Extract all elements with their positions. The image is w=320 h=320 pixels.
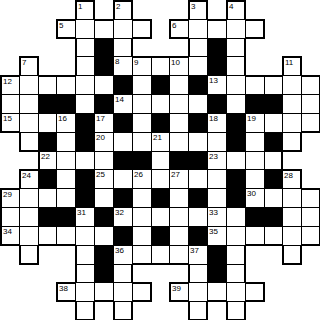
crossword-cell-white[interactable] (151, 94, 170, 114)
crossword-cell-white[interactable]: 8 (113, 56, 133, 76)
crossword-cell-white[interactable] (94, 75, 114, 95)
clue-number: 28 (284, 171, 293, 180)
crossword-cell-black (113, 75, 133, 95)
crossword-cell-black (94, 207, 114, 227)
crossword-cell-black (94, 245, 114, 265)
crossword-cell-white[interactable] (0, 207, 20, 227)
clue-number: 35 (209, 227, 218, 236)
crossword-cell-black (113, 188, 133, 208)
crossword-cell-white[interactable] (245, 226, 265, 246)
crossword-cell-black (94, 56, 114, 76)
crossword-cell-black (132, 151, 152, 170)
clue-number: 4 (229, 2, 233, 11)
crossword-cell-white[interactable]: 19 (245, 113, 265, 133)
crossword-cell-black (245, 207, 265, 227)
crossword-cell-white[interactable]: 14 (113, 94, 133, 114)
crossword-cell-black (188, 226, 208, 246)
crossword-cell-white[interactable] (245, 282, 265, 302)
crossword-cell-white[interactable] (301, 207, 320, 227)
crossword-cell-white[interactable] (56, 151, 76, 170)
crossword-cell-black (113, 113, 133, 133)
crossword-cell-white[interactable] (207, 19, 227, 39)
crossword-cell-black (188, 151, 208, 170)
crossword-cell-white[interactable] (245, 132, 265, 152)
crossword-cell-white[interactable] (188, 94, 208, 114)
crossword-cell-white[interactable]: 25 (94, 169, 114, 189)
crossword-cell-white[interactable] (151, 151, 170, 170)
crossword-cell-white[interactable] (151, 245, 170, 265)
clue-number: 23 (209, 152, 218, 161)
clue-number: 17 (96, 114, 105, 123)
crossword-cell-white[interactable]: 37 (188, 245, 208, 265)
crossword-cell-white[interactable] (282, 188, 302, 208)
clue-number: 13 (209, 76, 218, 85)
crossword-cell-black (226, 169, 246, 189)
crossword-cell-black (151, 188, 170, 208)
crossword-cell-white[interactable] (113, 264, 133, 283)
crossword-cell-white[interactable]: 35 (207, 226, 227, 246)
crossword-cell-white[interactable]: 10 (169, 56, 189, 76)
crossword-cell-black (56, 94, 76, 114)
crossword-cell-white[interactable] (245, 151, 265, 170)
crossword-cell-white[interactable] (188, 132, 208, 152)
crossword-cell-white[interactable] (19, 226, 39, 246)
crossword-cell-black (94, 94, 114, 114)
crossword-cell-white[interactable] (113, 169, 133, 189)
crossword-cell-white[interactable] (56, 188, 76, 208)
crossword-cell-black (245, 94, 265, 114)
crossword-cell-white[interactable]: 7 (19, 56, 39, 76)
crossword-cell-white[interactable]: 38 (56, 282, 76, 302)
clue-number: 38 (59, 284, 68, 293)
clue-number: 11 (285, 58, 293, 67)
crossword-cell-white[interactable] (169, 113, 189, 133)
crossword-cell-white[interactable] (19, 245, 39, 265)
crossword-cell-black (207, 38, 227, 57)
crossword-cell-white[interactable] (245, 169, 265, 189)
crossword-cell-white[interactable]: 1 (75, 0, 95, 20)
crossword-cell-white[interactable] (226, 226, 246, 246)
crossword-cell-white[interactable] (75, 94, 95, 114)
crossword-cell-black (207, 245, 227, 265)
crossword-cell-white[interactable] (94, 19, 114, 39)
crossword-cell-white[interactable]: 27 (169, 169, 189, 189)
crossword-cell-white[interactable] (75, 56, 95, 76)
crossword-cell-black (38, 132, 57, 152)
crossword-cell-white[interactable]: 13 (207, 75, 227, 95)
crossword-cell-black (188, 75, 208, 95)
crossword-cell-black (226, 132, 246, 152)
crossword-cell-white[interactable] (245, 75, 265, 95)
clue-number: 12 (3, 77, 12, 86)
crossword-cell-white[interactable] (188, 207, 208, 227)
crossword-cell-white[interactable] (226, 19, 246, 39)
crossword-cell-white[interactable] (301, 113, 320, 133)
clue-number: 15 (3, 114, 12, 123)
crossword-cell-white[interactable] (226, 56, 246, 76)
crossword-cell-white[interactable] (56, 226, 76, 246)
crossword-cell-white[interactable] (188, 282, 208, 302)
crossword-cell-white[interactable]: 16 (56, 113, 76, 133)
crossword-cell-white[interactable] (169, 207, 189, 227)
crossword-cell-white[interactable] (94, 282, 114, 302)
crossword-cell-white[interactable] (188, 169, 208, 189)
crossword-cell-black (38, 94, 57, 114)
crossword-cell-white[interactable] (264, 188, 283, 208)
crossword-cell-white[interactable] (226, 94, 246, 114)
crossword-cell-white[interactable]: 23 (207, 151, 227, 170)
clue-number: 24 (22, 171, 31, 180)
crossword-cell-white[interactable]: 6 (169, 19, 189, 39)
crossword-cell-white[interactable] (19, 207, 39, 227)
crossword-cell-white[interactable] (75, 282, 95, 302)
crossword-cell-white[interactable] (38, 113, 57, 133)
crossword-cell-white[interactable] (282, 113, 302, 133)
crossword-cell-white[interactable] (113, 301, 133, 320)
clue-number: 32 (115, 208, 124, 217)
crossword-cell-white[interactable] (264, 75, 283, 95)
crossword-cell-white[interactable] (264, 226, 283, 246)
clue-number: 25 (96, 170, 105, 179)
crossword-cell-white[interactable]: 28 (282, 169, 302, 189)
crossword-cell-white[interactable] (169, 226, 189, 246)
crossword-cell-white[interactable] (188, 264, 208, 283)
crossword-cell-white[interactable]: 4 (226, 0, 246, 20)
clue-number: 18 (209, 114, 218, 123)
crossword-cell-white[interactable]: 36 (113, 245, 133, 265)
crossword-cell-black (207, 264, 227, 283)
crossword-cell-white[interactable]: 9 (132, 56, 152, 76)
crossword-cell-black (38, 169, 57, 189)
crossword-cell-black (75, 132, 95, 152)
crossword-cell-white[interactable] (151, 56, 170, 76)
clue-number: 19 (247, 114, 256, 123)
crossword-cell-white[interactable] (226, 245, 246, 265)
clue-number: 29 (3, 190, 12, 199)
crossword-cell-white[interactable] (19, 188, 39, 208)
clue-number: 1 (78, 2, 82, 11)
crossword-cell-black (151, 226, 170, 246)
crossword-cell-white[interactable]: 30 (245, 188, 265, 208)
crossword-cell-white[interactable] (207, 132, 227, 152)
crossword-cell-white[interactable] (282, 75, 302, 95)
crossword-cell-white[interactable] (75, 226, 95, 246)
crossword-cell-white[interactable] (56, 169, 76, 189)
crossword-cell-white[interactable]: 31 (75, 207, 95, 227)
crossword-cell-white[interactable] (113, 38, 133, 57)
crossword-cell-black (264, 207, 283, 227)
crossword-cell-white[interactable] (132, 94, 152, 114)
crossword-cell-white[interactable]: 39 (169, 282, 189, 302)
crossword-cell-white[interactable] (56, 132, 76, 152)
crossword-cell-white[interactable] (226, 282, 246, 302)
crossword-cell-black (38, 207, 57, 227)
crossword-cell-white[interactable]: 29 (0, 188, 20, 208)
crossword-cell-white[interactable] (226, 151, 246, 170)
crossword-cell-white[interactable] (282, 207, 302, 227)
crossword-cell-white[interactable] (75, 264, 95, 283)
crossword-cell-white[interactable] (132, 226, 152, 246)
clue-number: 27 (171, 170, 180, 179)
clue-number: 5 (59, 21, 63, 30)
clue-number: 7 (22, 58, 26, 67)
crossword-cell-black (94, 264, 114, 283)
crossword-cell-white[interactable] (75, 75, 95, 95)
crossword-cell-white[interactable]: 17 (94, 113, 114, 133)
crossword-cell-white[interactable] (19, 75, 39, 95)
crossword-cell-white[interactable]: 18 (207, 113, 227, 133)
crossword-cell-white[interactable]: 26 (132, 169, 152, 189)
crossword-board: 1234567891011121314151617181920212223242… (0, 0, 320, 320)
crossword-cell-white[interactable] (188, 19, 208, 39)
crossword-cell-white[interactable] (282, 132, 302, 152)
crossword-cell-white[interactable] (94, 151, 114, 170)
crossword-cell-black (264, 169, 283, 189)
crossword-cell-white[interactable]: 20 (94, 132, 114, 152)
crossword-cell-black (264, 132, 283, 152)
crossword-cell-white[interactable] (207, 188, 227, 208)
crossword-cell-white[interactable] (38, 188, 57, 208)
crossword-cell-white[interactable]: 32 (113, 207, 133, 227)
crossword-cell-white[interactable] (282, 245, 302, 265)
clue-number: 3 (191, 2, 195, 11)
crossword-cell-white[interactable] (169, 94, 189, 114)
clue-number: 20 (96, 133, 105, 142)
crossword-cell-white[interactable]: 33 (207, 207, 227, 227)
crossword-cell-white[interactable] (132, 282, 152, 302)
clue-number: 34 (3, 227, 12, 236)
crossword-cell-white[interactable] (188, 38, 208, 57)
crossword-cell-black (75, 169, 95, 189)
crossword-cell-white[interactable] (169, 188, 189, 208)
clue-number: 26 (134, 170, 143, 179)
crossword-cell-white[interactable] (169, 245, 189, 265)
crossword-cell-black (75, 113, 95, 133)
crossword-cell-white[interactable] (75, 38, 95, 57)
crossword-cell-white[interactable] (0, 94, 20, 114)
crossword-cell-white[interactable] (151, 169, 170, 189)
crossword-cell-black (75, 188, 95, 208)
crossword-cell-white[interactable]: 5 (56, 19, 76, 39)
clue-number: 30 (247, 189, 256, 198)
crossword-cell-white[interactable] (226, 38, 246, 57)
crossword-cell-white[interactable] (169, 132, 189, 152)
crossword-cell-white[interactable] (264, 151, 283, 170)
crossword-cell-white[interactable] (245, 19, 265, 39)
clue-number: 21 (153, 133, 162, 142)
crossword-cell-black (113, 226, 133, 246)
crossword-cell-white[interactable] (301, 188, 320, 208)
crossword-cell-black (169, 151, 189, 170)
crossword-cell-white[interactable] (132, 207, 152, 227)
clue-number: 31 (77, 208, 86, 217)
crossword-cell-white[interactable] (226, 207, 246, 227)
clue-number: 9 (134, 58, 138, 67)
crossword-cell-white[interactable] (226, 75, 246, 95)
crossword-cell-white[interactable] (282, 94, 302, 114)
clue-number: 33 (209, 208, 218, 217)
crossword-cell-white[interactable] (132, 113, 152, 133)
crossword-cell-black (151, 75, 170, 95)
clue-number: 39 (172, 284, 181, 293)
crossword-cell-white[interactable] (75, 245, 95, 265)
crossword-cell-white[interactable]: 15 (0, 113, 20, 133)
crossword-cell-white[interactable] (113, 282, 133, 302)
crossword-cell-white[interactable] (113, 132, 133, 152)
crossword-cell-white[interactable] (19, 94, 39, 114)
crossword-cell-white[interactable] (38, 75, 57, 95)
clue-number: 10 (171, 58, 180, 67)
crossword-cell-black (264, 94, 283, 114)
crossword-cell-black (56, 207, 76, 227)
crossword-cell-white[interactable] (75, 19, 95, 39)
crossword-cell-white[interactable]: 11 (282, 56, 302, 76)
crossword-cell-white[interactable] (188, 56, 208, 76)
crossword-cell-white[interactable] (207, 282, 227, 302)
crossword-cell-white[interactable] (132, 188, 152, 208)
crossword-cell-black (226, 113, 246, 133)
crossword-cell-white[interactable] (226, 264, 246, 283)
crossword-cell-black (188, 188, 208, 208)
crossword-cell-white[interactable] (282, 226, 302, 246)
crossword-cell-white[interactable] (38, 226, 57, 246)
clue-number: 22 (41, 152, 50, 161)
crossword-cell-white[interactable] (94, 226, 114, 246)
crossword-cell-white[interactable] (19, 113, 39, 133)
crossword-cell-white[interactable] (301, 226, 320, 246)
crossword-cell-white[interactable] (75, 151, 95, 170)
crossword-cell-black (226, 188, 246, 208)
clue-number: 2 (116, 2, 120, 11)
crossword-cell-white[interactable] (75, 301, 95, 320)
crossword-cell-black (94, 38, 114, 57)
crossword-cell-white[interactable]: 2 (113, 0, 133, 20)
crossword-cell-white[interactable] (132, 19, 152, 39)
clue-number: 8 (115, 57, 119, 66)
crossword-cell-white[interactable] (301, 94, 320, 114)
crossword-cell-white[interactable]: 24 (19, 169, 39, 189)
crossword-cell-black (207, 94, 227, 114)
crossword-cell-black (113, 151, 133, 170)
clue-number: 14 (115, 95, 124, 104)
crossword-cell-white[interactable] (56, 75, 76, 95)
crossword-cell-black (188, 113, 208, 133)
clue-number: 6 (172, 21, 176, 30)
crossword-cell-white[interactable] (169, 75, 189, 95)
crossword-cell-white[interactable] (132, 75, 152, 95)
crossword-cell-white[interactable] (188, 301, 208, 320)
crossword-cell-white[interactable] (207, 169, 227, 189)
crossword-cell-white[interactable] (151, 207, 170, 227)
clue-number: 36 (115, 246, 124, 255)
crossword-cell-white[interactable] (264, 113, 283, 133)
crossword-cell-white[interactable]: 34 (0, 226, 20, 246)
crossword-cell-white[interactable] (94, 188, 114, 208)
crossword-cell-white[interactable]: 21 (151, 132, 170, 152)
clue-number: 37 (190, 246, 199, 255)
crossword-cell-white[interactable]: 22 (38, 151, 57, 170)
clue-number: 16 (58, 114, 67, 123)
crossword-cell-white[interactable] (301, 75, 320, 95)
crossword-cell-white[interactable]: 12 (0, 75, 20, 95)
crossword-cell-black (151, 113, 170, 133)
crossword-cell-white[interactable] (19, 132, 39, 152)
crossword-cell-white[interactable] (132, 245, 152, 265)
crossword-cell-white[interactable] (132, 132, 152, 152)
crossword-cell-black (207, 56, 227, 76)
crossword-cell-white[interactable] (226, 301, 246, 320)
crossword-cell-white[interactable]: 3 (188, 0, 208, 20)
crossword-cell-white[interactable] (113, 19, 133, 39)
